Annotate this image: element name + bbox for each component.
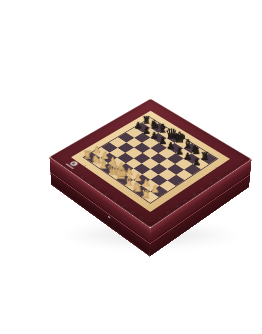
photo-scene: abcdefgh abcdefgh 87654321 87654321 ♜♞♝♛… [0,0,262,334]
product-photo: abcdefgh abcdefgh 87654321 87654321 ♜♞♝♛… [0,0,262,334]
board-playfield: ♜♞♝♛♚♝♞♜♟♟♟♟♟♟♟♟♟♟♟♟♟♟♟♟♜♞♝♛♚♝♞♜ [84,118,217,203]
piece-black-pawn: ♟ [191,157,203,167]
side-port-icon [169,229,171,233]
piece-white-rook: ♜ [140,188,152,199]
board-top-face: abcdefgh abcdefgh 87654321 87654321 ♜♞♝♛… [49,99,251,228]
